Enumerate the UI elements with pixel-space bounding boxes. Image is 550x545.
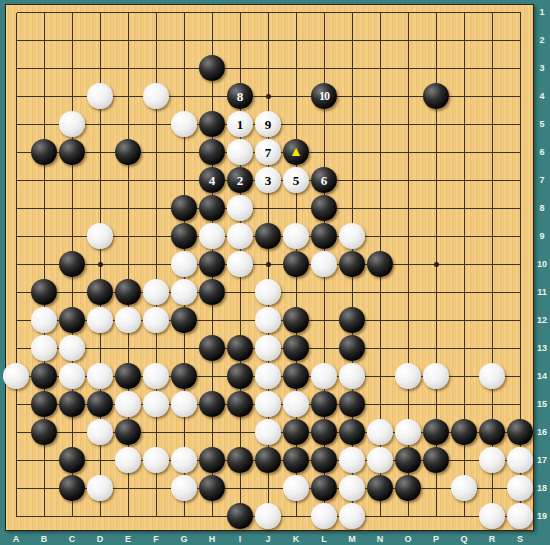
point-M4[interactable] — [338, 82, 366, 110]
point-F12[interactable] — [142, 306, 170, 334]
point-E13[interactable] — [114, 334, 142, 362]
point-F6[interactable] — [142, 138, 170, 166]
point-P3[interactable] — [422, 54, 450, 82]
point-K8[interactable] — [282, 194, 310, 222]
point-R18[interactable] — [478, 474, 506, 502]
point-S17[interactable] — [506, 446, 534, 474]
point-J8[interactable] — [254, 194, 282, 222]
point-R8[interactable] — [478, 194, 506, 222]
point-C6[interactable] — [58, 138, 86, 166]
point-K7[interactable]: 5 — [282, 166, 310, 194]
point-N2[interactable] — [366, 26, 394, 54]
point-A4[interactable] — [2, 82, 30, 110]
point-K5[interactable] — [282, 110, 310, 138]
point-B4[interactable] — [30, 82, 58, 110]
point-M6[interactable] — [338, 138, 366, 166]
point-B14[interactable] — [30, 362, 58, 390]
point-A7[interactable] — [2, 166, 30, 194]
point-P13[interactable] — [422, 334, 450, 362]
point-C5[interactable] — [58, 110, 86, 138]
point-E10[interactable] — [114, 250, 142, 278]
point-R14[interactable] — [478, 362, 506, 390]
point-P1[interactable] — [422, 0, 450, 26]
point-Q5[interactable] — [450, 110, 478, 138]
point-R5[interactable] — [478, 110, 506, 138]
point-K3[interactable] — [282, 54, 310, 82]
point-D19[interactable] — [86, 502, 114, 530]
point-C11[interactable] — [58, 278, 86, 306]
point-A16[interactable] — [2, 418, 30, 446]
point-P19[interactable] — [422, 502, 450, 530]
point-J4[interactable] — [254, 82, 282, 110]
point-A10[interactable] — [2, 250, 30, 278]
point-H4[interactable] — [198, 82, 226, 110]
point-N12[interactable] — [366, 306, 394, 334]
point-O2[interactable] — [394, 26, 422, 54]
point-D17[interactable] — [86, 446, 114, 474]
point-M19[interactable] — [338, 502, 366, 530]
point-S18[interactable] — [506, 474, 534, 502]
point-L9[interactable] — [310, 222, 338, 250]
point-I11[interactable] — [226, 278, 254, 306]
point-F13[interactable] — [142, 334, 170, 362]
point-Q15[interactable] — [450, 390, 478, 418]
point-A15[interactable] — [2, 390, 30, 418]
point-I2[interactable] — [226, 26, 254, 54]
point-G9[interactable] — [170, 222, 198, 250]
point-O15[interactable] — [394, 390, 422, 418]
point-D6[interactable] — [86, 138, 114, 166]
point-G14[interactable] — [170, 362, 198, 390]
point-D5[interactable] — [86, 110, 114, 138]
point-C10[interactable] — [58, 250, 86, 278]
point-O13[interactable] — [394, 334, 422, 362]
point-P10[interactable] — [422, 250, 450, 278]
point-J17[interactable] — [254, 446, 282, 474]
point-J19[interactable] — [254, 502, 282, 530]
point-D13[interactable] — [86, 334, 114, 362]
point-G1[interactable] — [170, 0, 198, 26]
point-Q1[interactable] — [450, 0, 478, 26]
point-N7[interactable] — [366, 166, 394, 194]
point-M11[interactable] — [338, 278, 366, 306]
point-K1[interactable] — [282, 0, 310, 26]
point-S5[interactable] — [506, 110, 534, 138]
point-B1[interactable] — [30, 0, 58, 26]
point-G17[interactable] — [170, 446, 198, 474]
point-H19[interactable] — [198, 502, 226, 530]
point-E8[interactable] — [114, 194, 142, 222]
point-F4[interactable] — [142, 82, 170, 110]
point-R6[interactable] — [478, 138, 506, 166]
point-H10[interactable] — [198, 250, 226, 278]
point-M13[interactable] — [338, 334, 366, 362]
point-Q8[interactable] — [450, 194, 478, 222]
point-L7[interactable]: 6 — [310, 166, 338, 194]
point-K10[interactable] — [282, 250, 310, 278]
point-E15[interactable] — [114, 390, 142, 418]
point-Q19[interactable] — [450, 502, 478, 530]
point-N11[interactable] — [366, 278, 394, 306]
point-G2[interactable] — [170, 26, 198, 54]
point-A9[interactable] — [2, 222, 30, 250]
point-L4[interactable]: 10 — [310, 82, 338, 110]
point-E7[interactable] — [114, 166, 142, 194]
point-N16[interactable] — [366, 418, 394, 446]
point-O4[interactable] — [394, 82, 422, 110]
point-S15[interactable] — [506, 390, 534, 418]
point-O16[interactable] — [394, 418, 422, 446]
point-P18[interactable] — [422, 474, 450, 502]
point-N15[interactable] — [366, 390, 394, 418]
point-M7[interactable] — [338, 166, 366, 194]
point-N17[interactable] — [366, 446, 394, 474]
point-P9[interactable] — [422, 222, 450, 250]
point-C16[interactable] — [58, 418, 86, 446]
point-J12[interactable] — [254, 306, 282, 334]
point-H18[interactable] — [198, 474, 226, 502]
point-M9[interactable] — [338, 222, 366, 250]
point-Q3[interactable] — [450, 54, 478, 82]
point-J1[interactable] — [254, 0, 282, 26]
point-P2[interactable] — [422, 26, 450, 54]
point-D4[interactable] — [86, 82, 114, 110]
point-J11[interactable] — [254, 278, 282, 306]
point-O1[interactable] — [394, 0, 422, 26]
point-I8[interactable] — [226, 194, 254, 222]
point-P12[interactable] — [422, 306, 450, 334]
point-D8[interactable] — [86, 194, 114, 222]
point-B3[interactable] — [30, 54, 58, 82]
point-O9[interactable] — [394, 222, 422, 250]
point-H9[interactable] — [198, 222, 226, 250]
point-H3[interactable] — [198, 54, 226, 82]
point-S9[interactable] — [506, 222, 534, 250]
point-S6[interactable] — [506, 138, 534, 166]
point-C3[interactable] — [58, 54, 86, 82]
point-A14[interactable] — [2, 362, 30, 390]
point-M3[interactable] — [338, 54, 366, 82]
point-E16[interactable] — [114, 418, 142, 446]
point-L16[interactable] — [310, 418, 338, 446]
point-A13[interactable] — [2, 334, 30, 362]
point-N6[interactable] — [366, 138, 394, 166]
point-O8[interactable] — [394, 194, 422, 222]
point-H2[interactable] — [198, 26, 226, 54]
point-O17[interactable] — [394, 446, 422, 474]
point-F11[interactable] — [142, 278, 170, 306]
point-K18[interactable] — [282, 474, 310, 502]
point-L17[interactable] — [310, 446, 338, 474]
point-A5[interactable] — [2, 110, 30, 138]
point-I3[interactable] — [226, 54, 254, 82]
point-C2[interactable] — [58, 26, 86, 54]
point-M12[interactable] — [338, 306, 366, 334]
point-G12[interactable] — [170, 306, 198, 334]
point-Q18[interactable] — [450, 474, 478, 502]
point-E17[interactable] — [114, 446, 142, 474]
point-B18[interactable] — [30, 474, 58, 502]
point-F8[interactable] — [142, 194, 170, 222]
point-P14[interactable] — [422, 362, 450, 390]
point-J9[interactable] — [254, 222, 282, 250]
point-L2[interactable] — [310, 26, 338, 54]
point-M18[interactable] — [338, 474, 366, 502]
point-R15[interactable] — [478, 390, 506, 418]
point-O19[interactable] — [394, 502, 422, 530]
point-F3[interactable] — [142, 54, 170, 82]
point-K9[interactable] — [282, 222, 310, 250]
point-R7[interactable] — [478, 166, 506, 194]
point-N5[interactable] — [366, 110, 394, 138]
point-R4[interactable] — [478, 82, 506, 110]
point-G6[interactable] — [170, 138, 198, 166]
point-H1[interactable] — [198, 0, 226, 26]
point-L12[interactable] — [310, 306, 338, 334]
point-B19[interactable] — [30, 502, 58, 530]
point-O5[interactable] — [394, 110, 422, 138]
point-J5[interactable]: 9 — [254, 110, 282, 138]
point-G13[interactable] — [170, 334, 198, 362]
point-L14[interactable] — [310, 362, 338, 390]
point-I15[interactable] — [226, 390, 254, 418]
point-C9[interactable] — [58, 222, 86, 250]
point-C15[interactable] — [58, 390, 86, 418]
point-K19[interactable] — [282, 502, 310, 530]
point-B7[interactable] — [30, 166, 58, 194]
point-I19[interactable] — [226, 502, 254, 530]
point-P4[interactable] — [422, 82, 450, 110]
point-L19[interactable] — [310, 502, 338, 530]
point-G5[interactable] — [170, 110, 198, 138]
point-P17[interactable] — [422, 446, 450, 474]
point-S7[interactable] — [506, 166, 534, 194]
point-M15[interactable] — [338, 390, 366, 418]
point-Q10[interactable] — [450, 250, 478, 278]
point-H16[interactable] — [198, 418, 226, 446]
point-F15[interactable] — [142, 390, 170, 418]
point-R1[interactable] — [478, 0, 506, 26]
point-D3[interactable] — [86, 54, 114, 82]
point-A6[interactable] — [2, 138, 30, 166]
point-O6[interactable] — [394, 138, 422, 166]
point-R17[interactable] — [478, 446, 506, 474]
point-J3[interactable] — [254, 54, 282, 82]
point-S14[interactable] — [506, 362, 534, 390]
point-P6[interactable] — [422, 138, 450, 166]
point-C13[interactable] — [58, 334, 86, 362]
point-F18[interactable] — [142, 474, 170, 502]
point-R13[interactable] — [478, 334, 506, 362]
point-D14[interactable] — [86, 362, 114, 390]
point-K14[interactable] — [282, 362, 310, 390]
point-H7[interactable]: 4 — [198, 166, 226, 194]
point-S10[interactable] — [506, 250, 534, 278]
point-E12[interactable] — [114, 306, 142, 334]
point-L15[interactable] — [310, 390, 338, 418]
point-D2[interactable] — [86, 26, 114, 54]
point-B2[interactable] — [30, 26, 58, 54]
point-F14[interactable] — [142, 362, 170, 390]
point-H11[interactable] — [198, 278, 226, 306]
point-J13[interactable] — [254, 334, 282, 362]
point-H14[interactable] — [198, 362, 226, 390]
point-E2[interactable] — [114, 26, 142, 54]
point-C1[interactable] — [58, 0, 86, 26]
point-D7[interactable] — [86, 166, 114, 194]
point-A17[interactable] — [2, 446, 30, 474]
point-P11[interactable] — [422, 278, 450, 306]
point-H8[interactable] — [198, 194, 226, 222]
point-B15[interactable] — [30, 390, 58, 418]
point-I9[interactable] — [226, 222, 254, 250]
point-Q17[interactable] — [450, 446, 478, 474]
point-L13[interactable] — [310, 334, 338, 362]
point-L1[interactable] — [310, 0, 338, 26]
point-H5[interactable] — [198, 110, 226, 138]
point-N3[interactable] — [366, 54, 394, 82]
point-F5[interactable] — [142, 110, 170, 138]
point-G3[interactable] — [170, 54, 198, 82]
point-J18[interactable] — [254, 474, 282, 502]
point-G16[interactable] — [170, 418, 198, 446]
point-I13[interactable] — [226, 334, 254, 362]
point-N19[interactable] — [366, 502, 394, 530]
point-O10[interactable] — [394, 250, 422, 278]
point-P16[interactable] — [422, 418, 450, 446]
point-B10[interactable] — [30, 250, 58, 278]
point-S12[interactable] — [506, 306, 534, 334]
point-M17[interactable] — [338, 446, 366, 474]
point-A8[interactable] — [2, 194, 30, 222]
point-P5[interactable] — [422, 110, 450, 138]
point-J14[interactable] — [254, 362, 282, 390]
point-Q14[interactable] — [450, 362, 478, 390]
point-R2[interactable] — [478, 26, 506, 54]
point-R9[interactable] — [478, 222, 506, 250]
point-R16[interactable] — [478, 418, 506, 446]
point-S13[interactable] — [506, 334, 534, 362]
point-G18[interactable] — [170, 474, 198, 502]
point-H15[interactable] — [198, 390, 226, 418]
point-B12[interactable] — [30, 306, 58, 334]
point-N18[interactable] — [366, 474, 394, 502]
point-D10[interactable] — [86, 250, 114, 278]
point-L11[interactable] — [310, 278, 338, 306]
point-M5[interactable] — [338, 110, 366, 138]
point-L8[interactable] — [310, 194, 338, 222]
point-S11[interactable] — [506, 278, 534, 306]
point-L10[interactable] — [310, 250, 338, 278]
point-C12[interactable] — [58, 306, 86, 334]
point-C14[interactable] — [58, 362, 86, 390]
point-H13[interactable] — [198, 334, 226, 362]
point-N1[interactable] — [366, 0, 394, 26]
point-M16[interactable] — [338, 418, 366, 446]
point-F7[interactable] — [142, 166, 170, 194]
point-L5[interactable] — [310, 110, 338, 138]
point-Q7[interactable] — [450, 166, 478, 194]
point-G19[interactable] — [170, 502, 198, 530]
point-K11[interactable] — [282, 278, 310, 306]
point-A19[interactable] — [2, 502, 30, 530]
point-I12[interactable] — [226, 306, 254, 334]
point-G10[interactable] — [170, 250, 198, 278]
point-I18[interactable] — [226, 474, 254, 502]
point-J15[interactable] — [254, 390, 282, 418]
point-C7[interactable] — [58, 166, 86, 194]
point-S16[interactable] — [506, 418, 534, 446]
point-K2[interactable] — [282, 26, 310, 54]
point-B17[interactable] — [30, 446, 58, 474]
point-R11[interactable] — [478, 278, 506, 306]
point-F2[interactable] — [142, 26, 170, 54]
point-E1[interactable] — [114, 0, 142, 26]
point-N14[interactable] — [366, 362, 394, 390]
point-Q13[interactable] — [450, 334, 478, 362]
point-Q4[interactable] — [450, 82, 478, 110]
point-K12[interactable] — [282, 306, 310, 334]
point-F10[interactable] — [142, 250, 170, 278]
point-I7[interactable]: 2 — [226, 166, 254, 194]
point-B16[interactable] — [30, 418, 58, 446]
point-K6[interactable]: ▲ — [282, 138, 310, 166]
point-N13[interactable] — [366, 334, 394, 362]
point-A11[interactable] — [2, 278, 30, 306]
point-E11[interactable] — [114, 278, 142, 306]
point-S8[interactable] — [506, 194, 534, 222]
point-L18[interactable] — [310, 474, 338, 502]
point-A12[interactable] — [2, 306, 30, 334]
point-O14[interactable] — [394, 362, 422, 390]
point-O18[interactable] — [394, 474, 422, 502]
point-E14[interactable] — [114, 362, 142, 390]
point-S4[interactable] — [506, 82, 534, 110]
point-N9[interactable] — [366, 222, 394, 250]
point-K15[interactable] — [282, 390, 310, 418]
point-H17[interactable] — [198, 446, 226, 474]
point-J6[interactable]: 7 — [254, 138, 282, 166]
point-M1[interactable] — [338, 0, 366, 26]
point-I16[interactable] — [226, 418, 254, 446]
point-B11[interactable] — [30, 278, 58, 306]
point-E18[interactable] — [114, 474, 142, 502]
point-F17[interactable] — [142, 446, 170, 474]
point-F9[interactable] — [142, 222, 170, 250]
point-R3[interactable] — [478, 54, 506, 82]
point-I14[interactable] — [226, 362, 254, 390]
point-Q12[interactable] — [450, 306, 478, 334]
point-E6[interactable] — [114, 138, 142, 166]
point-J10[interactable] — [254, 250, 282, 278]
point-K13[interactable] — [282, 334, 310, 362]
point-D16[interactable] — [86, 418, 114, 446]
point-C17[interactable] — [58, 446, 86, 474]
point-C18[interactable] — [58, 474, 86, 502]
point-Q16[interactable] — [450, 418, 478, 446]
point-Q11[interactable] — [450, 278, 478, 306]
point-G8[interactable] — [170, 194, 198, 222]
point-A1[interactable] — [2, 0, 30, 26]
point-H6[interactable] — [198, 138, 226, 166]
point-E3[interactable] — [114, 54, 142, 82]
point-Q2[interactable] — [450, 26, 478, 54]
point-M14[interactable] — [338, 362, 366, 390]
point-E4[interactable] — [114, 82, 142, 110]
point-G11[interactable] — [170, 278, 198, 306]
point-D11[interactable] — [86, 278, 114, 306]
point-G15[interactable] — [170, 390, 198, 418]
